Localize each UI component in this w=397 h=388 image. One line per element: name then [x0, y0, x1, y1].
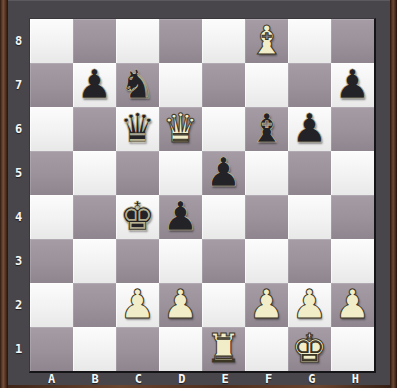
rank-label-1: 1: [8, 327, 29, 371]
board-border: ♝♟♞♟♛♛♝♟♟♚♟♟♟♟♟♟♜♚: [29, 18, 376, 373]
piece-white-pawn[interactable]: ♟: [245, 283, 288, 327]
piece-white-queen[interactable]: ♛: [159, 107, 202, 151]
square-a6[interactable]: [30, 107, 73, 151]
piece-white-pawn[interactable]: ♟: [116, 283, 159, 327]
piece-black-queen[interactable]: ♛: [116, 107, 159, 151]
file-label-e: E: [204, 372, 247, 385]
square-g7[interactable]: [288, 63, 331, 107]
file-label-b: B: [73, 372, 116, 385]
square-f2[interactable]: ♟: [245, 283, 288, 327]
square-d3[interactable]: [159, 239, 202, 283]
square-c3[interactable]: [116, 239, 159, 283]
file-label-c: C: [117, 372, 160, 385]
square-e2[interactable]: [202, 283, 245, 327]
wood-border-left: [0, 0, 8, 388]
square-f4[interactable]: [245, 195, 288, 239]
square-c1[interactable]: [116, 327, 159, 371]
file-label-f: F: [247, 372, 290, 385]
square-c7[interactable]: ♞: [116, 63, 159, 107]
square-b8[interactable]: [73, 19, 116, 63]
square-g5[interactable]: [288, 151, 331, 195]
file-label-a: A: [30, 372, 73, 385]
square-h6[interactable]: [331, 107, 374, 151]
file-label-g: G: [290, 372, 333, 385]
piece-white-pawn[interactable]: ♟: [159, 283, 202, 327]
piece-black-king[interactable]: ♚: [116, 195, 159, 239]
square-e5[interactable]: ♟: [202, 151, 245, 195]
square-a4[interactable]: [30, 195, 73, 239]
square-d4[interactable]: ♟: [159, 195, 202, 239]
square-e6[interactable]: [202, 107, 245, 151]
square-g6[interactable]: ♟: [288, 107, 331, 151]
square-f8[interactable]: ♝: [245, 19, 288, 63]
square-e4[interactable]: [202, 195, 245, 239]
square-a7[interactable]: [30, 63, 73, 107]
square-b1[interactable]: [73, 327, 116, 371]
square-f7[interactable]: [245, 63, 288, 107]
square-e1[interactable]: ♜: [202, 327, 245, 371]
rank-label-8: 8: [8, 19, 29, 63]
piece-black-pawn[interactable]: ♟: [159, 195, 202, 239]
rank-label-2: 2: [8, 283, 29, 327]
piece-white-king[interactable]: ♚: [288, 327, 331, 371]
square-h2[interactable]: ♟: [331, 283, 374, 327]
piece-black-pawn[interactable]: ♟: [73, 63, 116, 107]
square-a8[interactable]: [30, 19, 73, 63]
square-b5[interactable]: [73, 151, 116, 195]
rank-label-7: 7: [8, 63, 29, 107]
square-d1[interactable]: [159, 327, 202, 371]
chess-board[interactable]: ♝♟♞♟♛♛♝♟♟♚♟♟♟♟♟♟♜♚: [30, 19, 374, 371]
rank-label-3: 3: [8, 239, 29, 283]
square-b6[interactable]: [73, 107, 116, 151]
square-h5[interactable]: [331, 151, 374, 195]
piece-white-pawn[interactable]: ♟: [331, 283, 374, 327]
piece-black-bishop[interactable]: ♝: [245, 107, 288, 151]
file-labels: ABCDEFGH: [30, 372, 377, 385]
square-a1[interactable]: [30, 327, 73, 371]
piece-white-pawn[interactable]: ♟: [288, 283, 331, 327]
square-g1[interactable]: ♚: [288, 327, 331, 371]
square-h8[interactable]: [331, 19, 374, 63]
square-c6[interactable]: ♛: [116, 107, 159, 151]
square-h7[interactable]: ♟: [331, 63, 374, 107]
piece-black-knight[interactable]: ♞: [116, 63, 159, 107]
square-h4[interactable]: [331, 195, 374, 239]
square-g8[interactable]: [288, 19, 331, 63]
board-frame: 87654321 ♝♟♞♟♛♛♝♟♟♚♟♟♟♟♟♟♜♚ ABCDEFGH: [8, 0, 390, 385]
square-h1[interactable]: [331, 327, 374, 371]
piece-white-rook[interactable]: ♜: [202, 327, 245, 371]
rank-label-4: 4: [8, 195, 29, 239]
piece-black-pawn[interactable]: ♟: [331, 63, 374, 107]
square-d7[interactable]: [159, 63, 202, 107]
square-b4[interactable]: [73, 195, 116, 239]
square-a2[interactable]: [30, 283, 73, 327]
square-g2[interactable]: ♟: [288, 283, 331, 327]
square-f5[interactable]: [245, 151, 288, 195]
square-g3[interactable]: [288, 239, 331, 283]
piece-white-bishop[interactable]: ♝: [245, 19, 288, 63]
square-e7[interactable]: [202, 63, 245, 107]
piece-black-pawn[interactable]: ♟: [202, 151, 245, 195]
square-a5[interactable]: [30, 151, 73, 195]
file-label-h: H: [334, 372, 377, 385]
square-d2[interactable]: ♟: [159, 283, 202, 327]
wood-border-right: [390, 0, 397, 388]
square-f3[interactable]: [245, 239, 288, 283]
square-e8[interactable]: [202, 19, 245, 63]
rank-label-5: 5: [8, 151, 29, 195]
square-c4[interactable]: ♚: [116, 195, 159, 239]
chess-board-window: 87654321 ♝♟♞♟♛♛♝♟♟♚♟♟♟♟♟♟♜♚ ABCDEFGH: [0, 0, 397, 388]
square-e3[interactable]: [202, 239, 245, 283]
square-f6[interactable]: ♝: [245, 107, 288, 151]
square-a3[interactable]: [30, 239, 73, 283]
rank-label-6: 6: [8, 107, 29, 151]
square-f1[interactable]: [245, 327, 288, 371]
square-c8[interactable]: [116, 19, 159, 63]
square-d8[interactable]: [159, 19, 202, 63]
square-c5[interactable]: [116, 151, 159, 195]
file-label-d: D: [160, 372, 203, 385]
square-b3[interactable]: [73, 239, 116, 283]
piece-black-pawn[interactable]: ♟: [288, 107, 331, 151]
square-b7[interactable]: ♟: [73, 63, 116, 107]
square-b2[interactable]: [73, 283, 116, 327]
square-c2[interactable]: ♟: [116, 283, 159, 327]
square-g4[interactable]: [288, 195, 331, 239]
square-h3[interactable]: [331, 239, 374, 283]
square-d6[interactable]: ♛: [159, 107, 202, 151]
rank-labels: 87654321: [8, 19, 29, 371]
square-d5[interactable]: [159, 151, 202, 195]
